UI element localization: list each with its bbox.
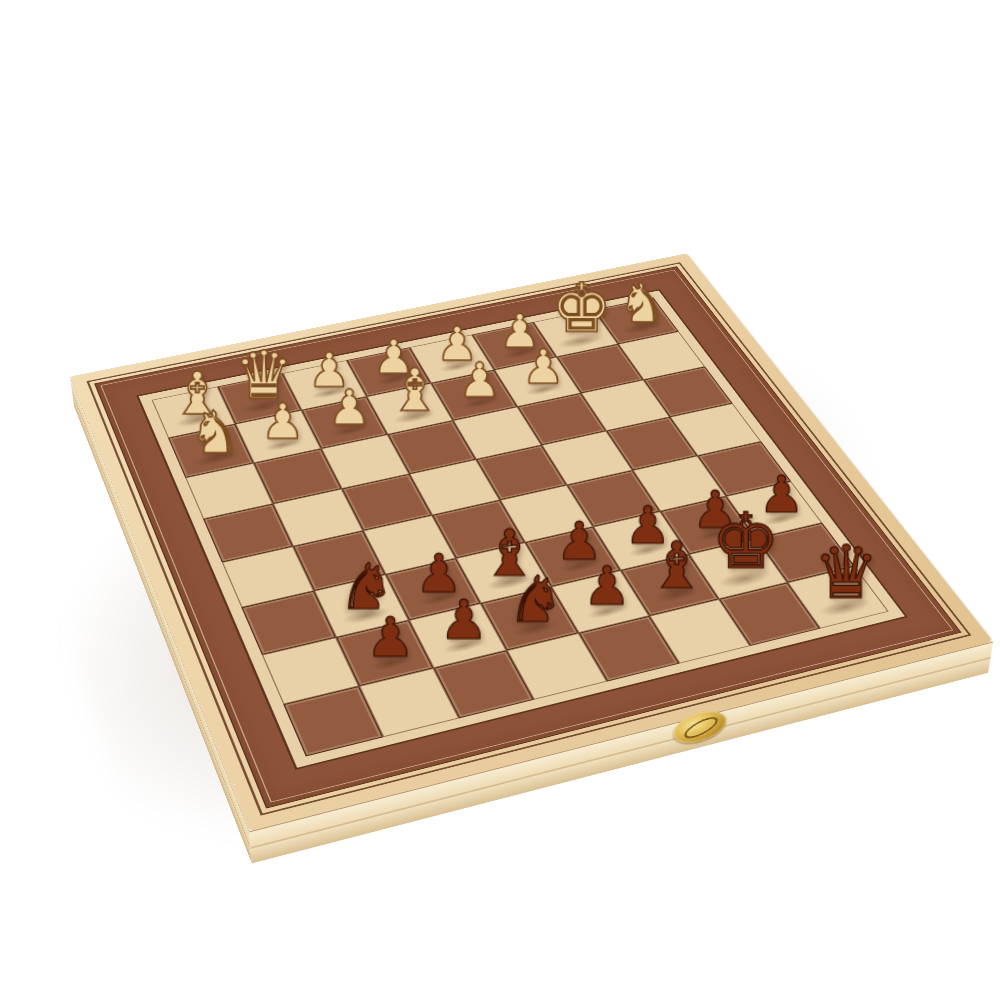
piece-shadow bbox=[651, 584, 702, 606]
piece-white-queen-b8: ♛ bbox=[230, 329, 298, 408]
piece-white-pawn-d8: ♟ bbox=[360, 303, 427, 381]
piece-black-pawn-c3: ♟ bbox=[401, 513, 476, 600]
black-pawn-icon: ♟ bbox=[692, 487, 738, 536]
piece-white-pawn-f8: ♟ bbox=[487, 278, 553, 355]
piece-shadow bbox=[417, 590, 460, 608]
piece-shadow bbox=[438, 359, 476, 373]
piece-black-pawn-f3: ♟ bbox=[611, 466, 685, 551]
piece-shadow bbox=[309, 386, 347, 401]
white-pawn-icon: ♟ bbox=[372, 336, 414, 381]
piece-white-bishop-a8: ♝ bbox=[163, 342, 232, 421]
piece-shadow bbox=[557, 557, 599, 575]
white-pawn-icon: ♟ bbox=[499, 310, 541, 354]
white-king-icon: ♚ bbox=[551, 277, 612, 341]
piece-shadow bbox=[714, 565, 774, 591]
black-king-icon: ♚ bbox=[711, 506, 780, 579]
piece-shadow bbox=[237, 396, 290, 416]
piece-shadow bbox=[460, 396, 499, 411]
piece-shadow bbox=[500, 346, 538, 360]
piece-black-pawn-e2: ♟ bbox=[569, 525, 645, 613]
piece-shadow bbox=[626, 541, 668, 558]
piece-white-king-g8: ♚ bbox=[549, 266, 615, 342]
piece-shadow bbox=[374, 372, 412, 386]
white-pawn-icon: ♟ bbox=[308, 349, 351, 394]
piece-shadow bbox=[441, 636, 485, 655]
piece-white-pawn-e8: ♟ bbox=[424, 290, 491, 367]
piece-shadow bbox=[484, 571, 534, 593]
piece-black-pawn-e3: ♟ bbox=[542, 482, 616, 568]
piece-shadow bbox=[368, 654, 412, 673]
piece-shadow bbox=[340, 604, 393, 627]
piece-shadow bbox=[554, 331, 607, 351]
piece-shadow bbox=[508, 617, 562, 640]
piece-black-pawn-h3: ♟ bbox=[745, 436, 817, 520]
white-bishop-icon: ♝ bbox=[171, 365, 224, 421]
product-photo: ♝♛♟♟♟♟♚♞♞♟♟♝♟♟♞♟♝♟♟♟♟♟♟♞♟♝♚♛ bbox=[0, 0, 1000, 1000]
piece-shadow bbox=[693, 526, 735, 543]
piece-shadow bbox=[585, 602, 628, 620]
